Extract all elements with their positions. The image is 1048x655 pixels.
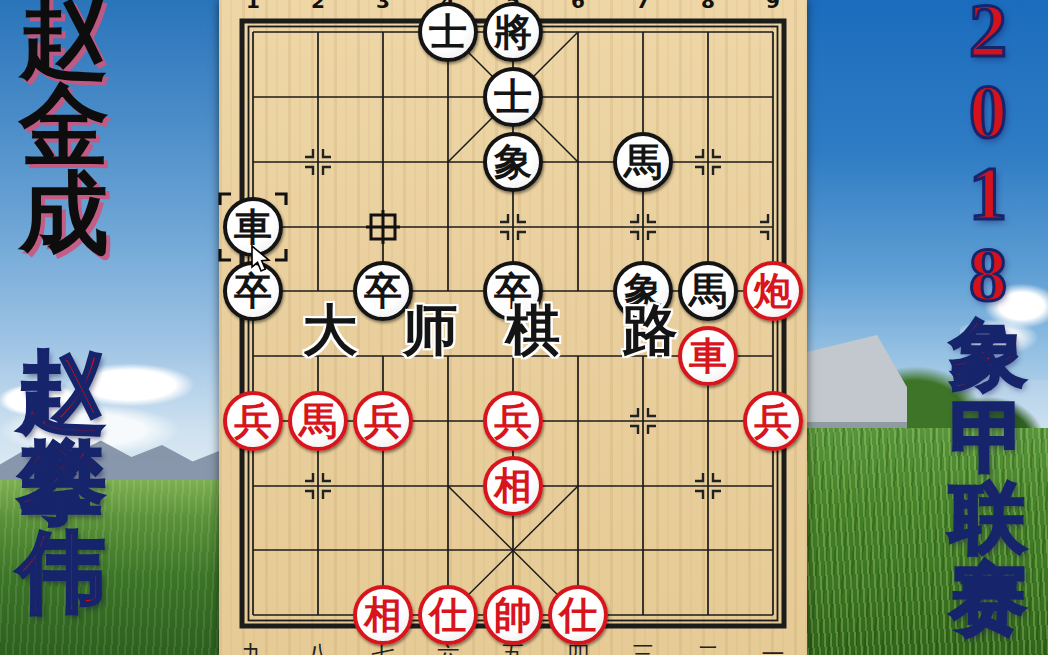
mouse-cursor <box>252 246 269 271</box>
last-move-marker <box>366 210 400 244</box>
video-frame: 赵金成 赵攀伟 2018象甲联赛 123456789九八七六五四三二一 士將士象… <box>0 0 1048 655</box>
fx-layer <box>0 0 1048 655</box>
